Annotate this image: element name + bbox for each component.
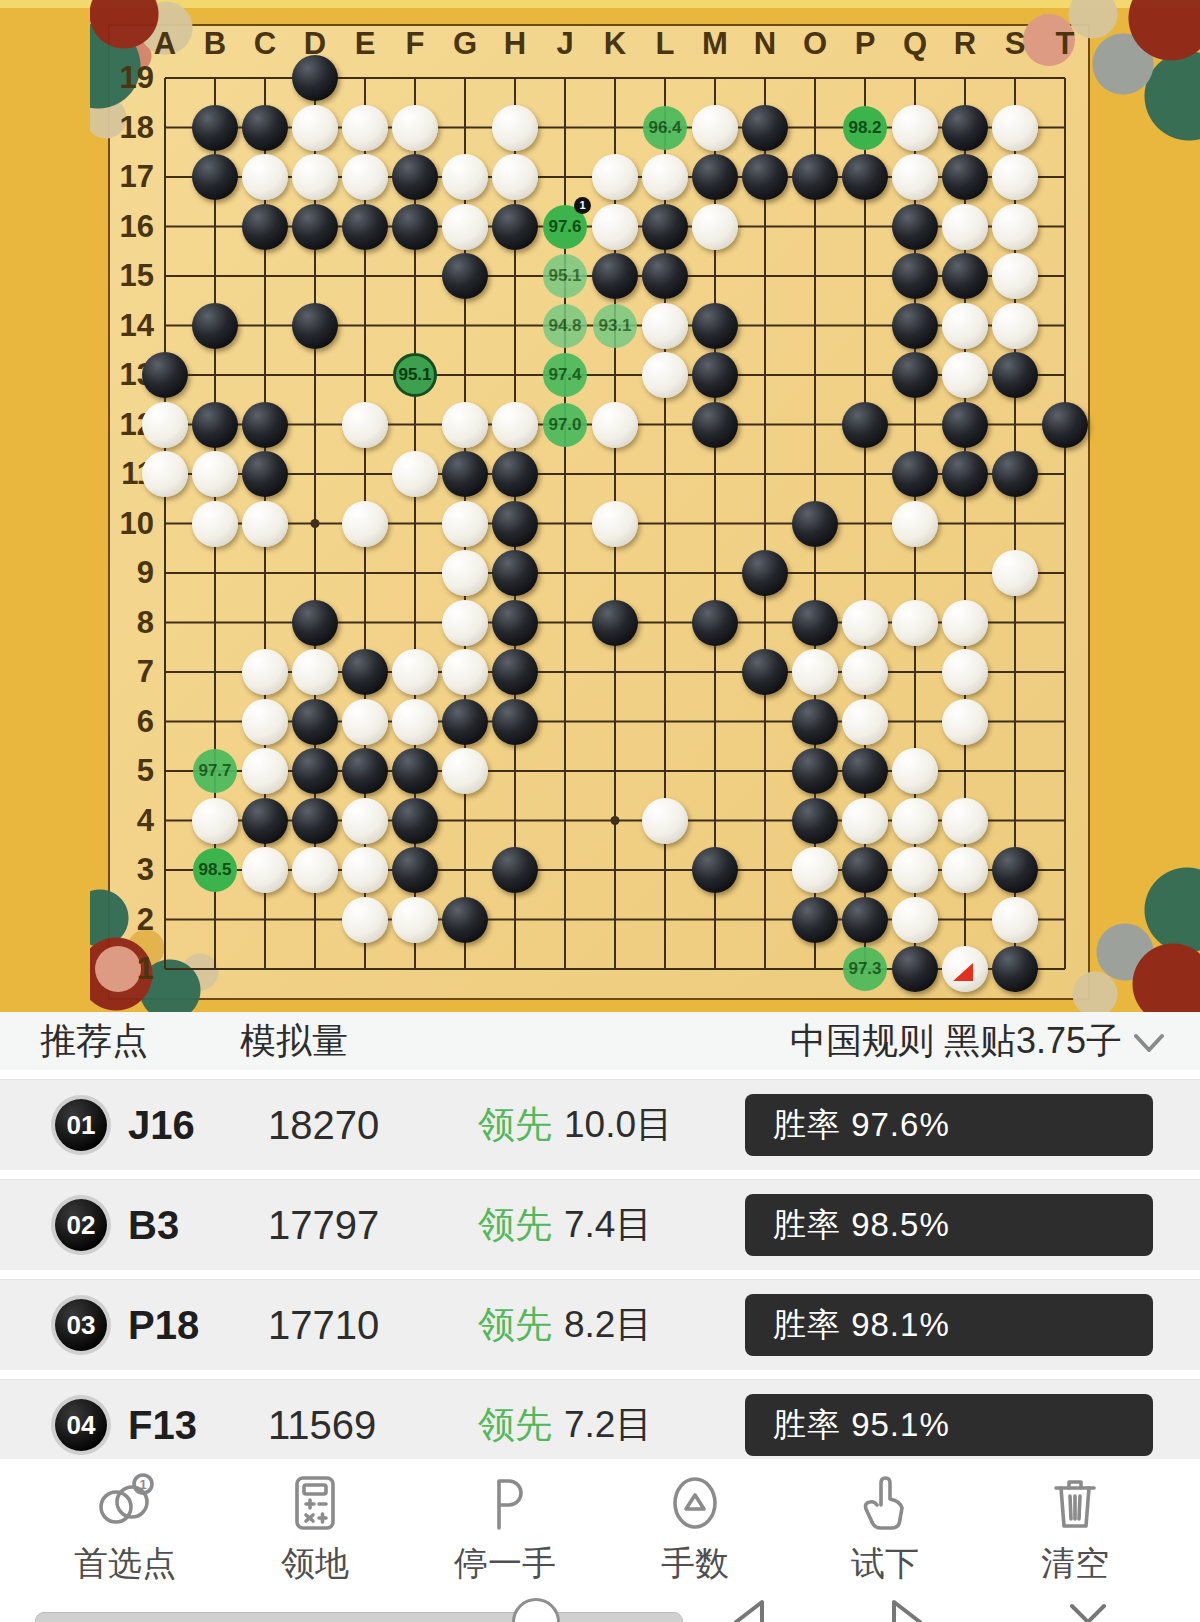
white-stone-L14 (642, 303, 688, 349)
black-stone-E7 (342, 649, 388, 695)
black-stone-S3 (992, 847, 1038, 893)
white-stone-F7 (392, 649, 438, 695)
black-stone-R18 (942, 105, 988, 151)
recommendation-list: 01J1618270领先10.0目胜率 97.6%02B317797领先7.4目… (0, 1070, 1200, 1470)
simulation-count: 17797 (268, 1180, 379, 1270)
white-stone-G8 (442, 600, 488, 646)
black-stone-F16 (392, 204, 438, 250)
column-label-O: O (790, 26, 840, 62)
black-stone-D6 (292, 699, 338, 745)
trash-icon (990, 1459, 1160, 1539)
row-label-8: 8 (96, 605, 154, 641)
white-stone-L4 (642, 798, 688, 844)
suggestion-marker-B5[interactable]: 97.7 (193, 749, 237, 793)
black-stone-K8 (592, 600, 638, 646)
black-stone-E16 (342, 204, 388, 250)
column-label-H: H (490, 26, 540, 62)
stones-icon: 1 (40, 1459, 210, 1539)
white-stone-H17 (492, 154, 538, 200)
black-stone-S13 (992, 352, 1038, 398)
toolbar-label: 手数 (610, 1541, 780, 1587)
winrate-bar: 胜率 97.6% (745, 1094, 1153, 1156)
black-stone-Q11 (892, 451, 938, 497)
recommendation-row-F13[interactable]: 04F1311569领先7.2目胜率 95.1% (0, 1379, 1200, 1470)
go-board[interactable]: ABCDEFGHJKLMNOPQRST191817161514131211109… (0, 0, 1200, 1012)
row-label-19: 19 (96, 60, 154, 96)
white-stone-S17 (992, 154, 1038, 200)
white-stone-P8 (842, 600, 888, 646)
toolbar-button-pass[interactable]: 停一手 (420, 1459, 590, 1590)
toolbar-label: 领地 (230, 1541, 400, 1587)
white-stone-E3 (342, 847, 388, 893)
black-stone-C16 (242, 204, 288, 250)
black-stone-Q15 (892, 253, 938, 299)
white-stone-G5 (442, 748, 488, 794)
black-stone-Q13 (892, 352, 938, 398)
black-stone-K15 (592, 253, 638, 299)
black-stone-C11 (242, 451, 288, 497)
column-label-R: R (940, 26, 990, 62)
recommendation-row-P18[interactable]: 03P1817710领先8.2目胜率 98.1% (0, 1279, 1200, 1370)
white-stone-K12 (592, 402, 638, 448)
column-label-E: E (340, 26, 390, 62)
toolbar-label: 首选点 (40, 1541, 210, 1587)
black-stone-B14 (192, 303, 238, 349)
suggestion-marker-F13[interactable]: 95.1 (393, 353, 437, 397)
white-stone-Q3 (892, 847, 938, 893)
column-label-Q: Q (890, 26, 940, 62)
black-stone-D5 (292, 748, 338, 794)
simulation-count: 11569 (268, 1380, 376, 1470)
black-stone-R12 (942, 402, 988, 448)
move-coordinate: P18 (128, 1280, 199, 1370)
row-label-17: 17 (96, 159, 154, 195)
black-stone-O17 (792, 154, 838, 200)
black-stone-H10 (492, 501, 538, 547)
white-stone-G17 (442, 154, 488, 200)
row-label-15: 15 (96, 258, 154, 294)
white-stone-S9 (992, 550, 1038, 596)
white-stone-R16 (942, 204, 988, 250)
white-stone-P4 (842, 798, 888, 844)
black-stone-Q14 (892, 303, 938, 349)
white-stone-C3 (242, 847, 288, 893)
simulations-column-header: 模拟量 (240, 1017, 348, 1066)
black-stone-L15 (642, 253, 688, 299)
column-label-F: F (390, 26, 440, 62)
black-stone-P3 (842, 847, 888, 893)
hand-icon (800, 1459, 970, 1539)
black-stone-D4 (292, 798, 338, 844)
black-stone-N18 (742, 105, 788, 151)
black-stone-M12 (692, 402, 738, 448)
black-stone-O4 (792, 798, 838, 844)
next-move-icon[interactable] (882, 1596, 934, 1622)
black-stone-G11 (442, 451, 488, 497)
black-stone-H9 (492, 550, 538, 596)
recommendation-row-J16[interactable]: 01J1618270领先10.0目胜率 97.6% (0, 1079, 1200, 1170)
white-stone-G7 (442, 649, 488, 695)
black-stone-N9 (742, 550, 788, 596)
white-stone-S18 (992, 105, 1038, 151)
suggestion-marker-P1[interactable]: 97.3 (843, 947, 887, 991)
row-label-7: 7 (96, 654, 154, 690)
black-stone-R15 (942, 253, 988, 299)
pass-icon (420, 1459, 590, 1539)
rules-label[interactable]: 中国规则 黑贴3.75子 (790, 1017, 1122, 1066)
white-stone-C5 (242, 748, 288, 794)
black-stone-M14 (692, 303, 738, 349)
black-stone-O10 (792, 501, 838, 547)
white-stone-B4 (192, 798, 238, 844)
white-stone-G16 (442, 204, 488, 250)
black-stone-H11 (492, 451, 538, 497)
lead-text: 领先7.2目 (478, 1380, 652, 1470)
row-label-9: 9 (96, 555, 154, 591)
row-label-6: 6 (96, 704, 154, 740)
white-stone-E12 (342, 402, 388, 448)
row-label-18: 18 (96, 110, 154, 146)
row-label-16: 16 (96, 209, 154, 245)
white-stone-A12 (142, 402, 188, 448)
white-stone-S16 (992, 204, 1038, 250)
black-stone-E5 (342, 748, 388, 794)
black-stone-M3 (692, 847, 738, 893)
recommend-column-header: 推荐点 (40, 1017, 148, 1066)
black-stone-H7 (492, 649, 538, 695)
white-stone-C6 (242, 699, 288, 745)
toolbar-button-territory[interactable]: 领地 (230, 1459, 400, 1590)
close-icon[interactable] (1062, 1596, 1114, 1622)
white-stone-F11 (392, 451, 438, 497)
black-stone-H8 (492, 600, 538, 646)
black-stone-B12 (192, 402, 238, 448)
black-stone-R11 (942, 451, 988, 497)
white-stone-Q8 (892, 600, 938, 646)
black-stone-Q16 (892, 204, 938, 250)
white-stone-P6 (842, 699, 888, 745)
white-stone-R3 (942, 847, 988, 893)
white-stone-R7 (942, 649, 988, 695)
suggestion-marker-J15[interactable]: 95.1 (543, 254, 587, 298)
white-stone-D7 (292, 649, 338, 695)
black-stone-P17 (842, 154, 888, 200)
white-stone-S2 (992, 897, 1038, 943)
simulation-count: 17710 (268, 1280, 379, 1370)
white-stone-F18 (392, 105, 438, 151)
triangle-circle-icon (610, 1459, 780, 1539)
black-stone-S1 (992, 946, 1038, 992)
move-progress-slider[interactable] (35, 1612, 683, 1622)
black-stone-N7 (742, 649, 788, 695)
black-stone-D16 (292, 204, 338, 250)
black-stone-F5 (392, 748, 438, 794)
black-stone-H16 (492, 204, 538, 250)
black-stone-C18 (242, 105, 288, 151)
lead-text: 领先7.4目 (478, 1180, 652, 1270)
white-stone-K16 (592, 204, 638, 250)
row-label-1: 1 (96, 951, 154, 987)
toolbar-button-first-choice[interactable]: 1首选点 (40, 1459, 210, 1590)
toolbar-label: 试下 (800, 1541, 970, 1587)
white-stone-R1 (942, 946, 988, 992)
white-stone-L17 (642, 154, 688, 200)
black-stone-F3 (392, 847, 438, 893)
white-stone-E6 (342, 699, 388, 745)
move-coordinate: J16 (128, 1080, 195, 1170)
row-label-4: 4 (96, 803, 154, 839)
suggestion-marker-J13[interactable]: 97.4 (543, 353, 587, 397)
rank-1-badge: 1 (574, 197, 591, 214)
column-label-A: A (140, 26, 190, 62)
white-stone-C7 (242, 649, 288, 695)
black-stone-H3 (492, 847, 538, 893)
toolbar-label: 停一手 (420, 1541, 590, 1587)
black-stone-Q1 (892, 946, 938, 992)
column-label-N: N (740, 26, 790, 62)
black-stone-N17 (742, 154, 788, 200)
suggestion-marker-B3[interactable]: 98.5 (193, 848, 237, 892)
suggestion-marker-J12[interactable]: 97.0 (543, 403, 587, 447)
white-stone-H18 (492, 105, 538, 151)
bottom-toolbar: 1首选点领地停一手手数试下清空 (0, 1459, 1200, 1590)
white-stone-R14 (942, 303, 988, 349)
row-label-14: 14 (96, 308, 154, 344)
white-stone-E17 (342, 154, 388, 200)
black-stone-A13 (142, 352, 188, 398)
white-stone-L13 (642, 352, 688, 398)
winrate-bar: 胜率 98.1% (745, 1294, 1153, 1356)
white-stone-D17 (292, 154, 338, 200)
white-stone-O7 (792, 649, 838, 695)
black-stone-D14 (292, 303, 338, 349)
white-stone-F6 (392, 699, 438, 745)
column-label-T: T (1040, 26, 1090, 62)
white-stone-P7 (842, 649, 888, 695)
svg-text:1: 1 (139, 1477, 146, 1492)
move-coordinate: F13 (128, 1380, 197, 1470)
suggestion-marker-P18[interactable]: 98.2 (843, 106, 887, 150)
white-stone-M16 (692, 204, 738, 250)
white-stone-Q5 (892, 748, 938, 794)
white-stone-R6 (942, 699, 988, 745)
white-stone-C10 (242, 501, 288, 547)
winrate-bar: 胜率 98.5% (745, 1194, 1153, 1256)
black-stone-G15 (442, 253, 488, 299)
black-stone-C4 (242, 798, 288, 844)
white-stone-O3 (792, 847, 838, 893)
black-stone-M8 (692, 600, 738, 646)
white-stone-S15 (992, 253, 1038, 299)
white-stone-E10 (342, 501, 388, 547)
white-stone-R4 (942, 798, 988, 844)
white-stone-Q17 (892, 154, 938, 200)
black-stone-D8 (292, 600, 338, 646)
rank-badge: 02 (55, 1199, 107, 1251)
black-stone-O6 (792, 699, 838, 745)
black-stone-O8 (792, 600, 838, 646)
black-stone-T12 (1042, 402, 1088, 448)
black-stone-M13 (692, 352, 738, 398)
column-label-P: P (840, 26, 890, 62)
toolbar-label: 清空 (990, 1541, 1160, 1587)
calculator-icon (230, 1459, 400, 1539)
white-stone-K10 (592, 501, 638, 547)
black-stone-B17 (192, 154, 238, 200)
black-stone-B18 (192, 105, 238, 151)
black-stone-L16 (642, 204, 688, 250)
column-label-G: G (440, 26, 490, 62)
row-label-2: 2 (96, 902, 154, 938)
white-stone-B10 (192, 501, 238, 547)
suggestion-marker-K14[interactable]: 93.1 (593, 304, 637, 348)
white-stone-C17 (242, 154, 288, 200)
white-stone-Q2 (892, 897, 938, 943)
row-label-3: 3 (96, 852, 154, 888)
winrate-bar: 胜率 95.1% (745, 1394, 1153, 1456)
suggestion-marker-L18[interactable]: 96.4 (643, 106, 687, 150)
black-stone-F17 (392, 154, 438, 200)
white-stone-M18 (692, 105, 738, 151)
black-stone-P12 (842, 402, 888, 448)
white-stone-G12 (442, 402, 488, 448)
white-stone-Q18 (892, 105, 938, 151)
recommendation-row-B3[interactable]: 02B317797领先7.4目胜率 98.5% (0, 1179, 1200, 1270)
rank-badge: 04 (55, 1399, 107, 1451)
chevron-down-icon[interactable] (1132, 1032, 1166, 1056)
white-stone-E4 (342, 798, 388, 844)
previous-move-icon[interactable] (722, 1596, 774, 1622)
toolbar-button-move-count[interactable]: 手数 (610, 1459, 780, 1590)
lead-text: 领先10.0目 (478, 1080, 673, 1170)
white-stone-Q10 (892, 501, 938, 547)
white-stone-E2 (342, 897, 388, 943)
column-label-C: C (240, 26, 290, 62)
white-stone-A11 (142, 451, 188, 497)
suggestion-marker-J16[interactable]: 97.61 (543, 205, 587, 249)
black-stone-S11 (992, 451, 1038, 497)
row-label-5: 5 (96, 753, 154, 789)
white-stone-S14 (992, 303, 1038, 349)
white-stone-D3 (292, 847, 338, 893)
black-stone-P5 (842, 748, 888, 794)
black-stone-R17 (942, 154, 988, 200)
analysis-header: 推荐点 模拟量 中国规则 黑贴3.75子 (0, 1012, 1200, 1070)
column-label-K: K (590, 26, 640, 62)
white-stone-B11 (192, 451, 238, 497)
toolbar-button-clear[interactable]: 清空 (990, 1459, 1160, 1590)
black-stone-F4 (392, 798, 438, 844)
white-stone-R8 (942, 600, 988, 646)
toolbar-button-try-move[interactable]: 试下 (800, 1459, 970, 1590)
white-stone-F2 (392, 897, 438, 943)
black-stone-G6 (442, 699, 488, 745)
slider-knob[interactable] (512, 1598, 560, 1622)
simulation-count: 18270 (268, 1080, 379, 1170)
row-label-10: 10 (96, 506, 154, 542)
column-label-M: M (690, 26, 740, 62)
column-label-L: L (640, 26, 690, 62)
black-stone-G2 (442, 897, 488, 943)
white-stone-D18 (292, 105, 338, 151)
column-label-J: J (540, 26, 590, 62)
white-stone-Q4 (892, 798, 938, 844)
white-stone-G9 (442, 550, 488, 596)
black-stone-D19 (292, 55, 338, 101)
black-stone-O5 (792, 748, 838, 794)
black-stone-O2 (792, 897, 838, 943)
column-label-S: S (990, 26, 1040, 62)
rank-badge: 03 (55, 1299, 107, 1351)
black-stone-M17 (692, 154, 738, 200)
move-coordinate: B3 (128, 1180, 179, 1270)
suggestion-marker-J14[interactable]: 94.8 (543, 304, 587, 348)
white-stone-E18 (342, 105, 388, 151)
black-stone-P2 (842, 897, 888, 943)
column-label-B: B (190, 26, 240, 62)
rank-badge: 01 (55, 1099, 107, 1151)
lead-text: 领先8.2目 (478, 1280, 652, 1370)
black-stone-H6 (492, 699, 538, 745)
white-stone-H12 (492, 402, 538, 448)
white-stone-R13 (942, 352, 988, 398)
white-stone-K17 (592, 154, 638, 200)
white-stone-G10 (442, 501, 488, 547)
black-stone-C12 (242, 402, 288, 448)
